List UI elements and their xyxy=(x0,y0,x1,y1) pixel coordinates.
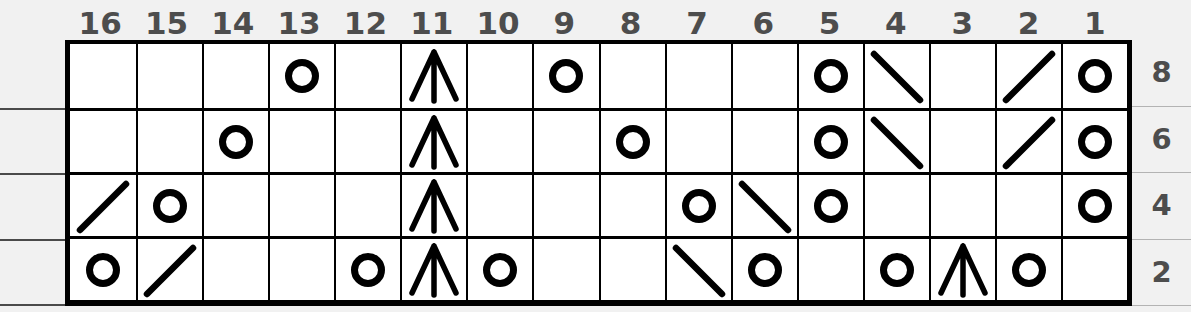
yarn-over-icon xyxy=(274,48,330,104)
knitting-chart: 16151413121110987654321 xyxy=(0,0,1191,312)
yarn-over-icon xyxy=(340,242,396,298)
column-number-11: 11 xyxy=(410,8,453,40)
yarn-over-icon xyxy=(803,114,859,170)
column-number-4: 4 xyxy=(885,8,907,40)
cell-r8-c12 xyxy=(334,44,400,108)
cell-r4-c12 xyxy=(334,172,400,236)
cell-r2-c6 xyxy=(731,236,797,300)
central-double-decrease-icon xyxy=(935,242,991,298)
cell-r4-c1 xyxy=(1061,172,1127,236)
column-number-14: 14 xyxy=(211,8,254,40)
ssk-icon xyxy=(869,48,925,104)
row-number-6: 6 xyxy=(1132,107,1191,174)
column-number-1: 1 xyxy=(1084,8,1106,40)
cell-r8-c14 xyxy=(202,44,268,108)
cell-r8-c7 xyxy=(665,44,731,108)
cell-r2-c5 xyxy=(797,236,863,300)
cell-r6-c5 xyxy=(797,108,863,172)
column-number-8: 8 xyxy=(620,8,642,40)
column-number-7: 7 xyxy=(686,8,708,40)
cell-r6-c13 xyxy=(268,108,334,172)
ssk-icon xyxy=(671,242,727,298)
cell-r6-c11 xyxy=(400,108,466,172)
column-number-2: 2 xyxy=(1018,8,1040,40)
cell-r2-c11 xyxy=(400,236,466,300)
left-margin xyxy=(0,44,65,306)
cell-r2-c12 xyxy=(334,236,400,300)
k2tog-icon xyxy=(1001,114,1057,170)
cell-r4-c7 xyxy=(665,172,731,236)
yarn-over-icon xyxy=(1067,178,1123,234)
cell-r8-c15 xyxy=(136,44,202,108)
yarn-over-icon xyxy=(1001,242,1057,298)
cell-r8-c11 xyxy=(400,44,466,108)
cell-r8-c3 xyxy=(929,44,995,108)
cell-r6-c1 xyxy=(1061,108,1127,172)
margin-cell-row-6 xyxy=(0,110,65,176)
cell-r4-c13 xyxy=(268,172,334,236)
cell-r8-c16 xyxy=(70,44,136,108)
cell-r2-c14 xyxy=(202,236,268,300)
column-number-6: 6 xyxy=(752,8,774,40)
cell-r6-c10 xyxy=(466,108,532,172)
column-number-16: 16 xyxy=(79,8,122,40)
cell-r8-c2 xyxy=(995,44,1061,108)
cell-r6-c16 xyxy=(70,108,136,172)
row-number-2: 2 xyxy=(1132,240,1191,307)
cell-r2-c2 xyxy=(995,236,1061,300)
cell-r2-c16 xyxy=(70,236,136,300)
cell-r4-c9 xyxy=(532,172,598,236)
column-number-10: 10 xyxy=(476,8,519,40)
cell-r4-c10 xyxy=(466,172,532,236)
k2tog-icon xyxy=(1001,48,1057,104)
cell-r6-c14 xyxy=(202,108,268,172)
row-number-labels: 8642 xyxy=(1132,40,1191,306)
column-number-9: 9 xyxy=(554,8,576,40)
yarn-over-icon xyxy=(803,178,859,234)
cell-r8-c5 xyxy=(797,44,863,108)
cell-r8-c10 xyxy=(466,44,532,108)
cell-r6-c4 xyxy=(863,108,929,172)
column-number-3: 3 xyxy=(951,8,973,40)
cell-r2-c4 xyxy=(863,236,929,300)
margin-cell-row-4 xyxy=(0,175,65,241)
cell-r6-c6 xyxy=(731,108,797,172)
yarn-over-icon xyxy=(1067,114,1123,170)
cell-r4-c15 xyxy=(136,172,202,236)
yarn-over-icon xyxy=(538,48,594,104)
column-number-12: 12 xyxy=(344,8,387,40)
cell-r6-c2 xyxy=(995,108,1061,172)
cell-r2-c10 xyxy=(466,236,532,300)
cell-r8-c1 xyxy=(1061,44,1127,108)
cell-r6-c7 xyxy=(665,108,731,172)
yarn-over-icon xyxy=(803,48,859,104)
ssk-icon xyxy=(737,178,793,234)
cell-r2-c8 xyxy=(599,236,665,300)
cell-r4-c5 xyxy=(797,172,863,236)
yarn-over-icon xyxy=(869,242,925,298)
cell-r4-c16 xyxy=(70,172,136,236)
column-number-header: 16151413121110987654321 xyxy=(67,0,1128,40)
cell-r8-c6 xyxy=(731,44,797,108)
cell-r4-c4 xyxy=(863,172,929,236)
yarn-over-icon xyxy=(208,114,264,170)
cell-r6-c8 xyxy=(599,108,665,172)
central-double-decrease-icon xyxy=(406,48,462,104)
cell-r4-c2 xyxy=(995,172,1061,236)
margin-cell-row-8 xyxy=(0,44,65,110)
central-double-decrease-icon xyxy=(406,178,462,234)
cell-r2-c3 xyxy=(929,236,995,300)
yarn-over-icon xyxy=(737,242,793,298)
column-number-15: 15 xyxy=(145,8,188,40)
central-double-decrease-icon xyxy=(406,242,462,298)
cell-r6-c12 xyxy=(334,108,400,172)
cell-r8-c13 xyxy=(268,44,334,108)
yarn-over-icon xyxy=(142,178,198,234)
ssk-icon xyxy=(869,114,925,170)
column-number-13: 13 xyxy=(278,8,321,40)
column-number-5: 5 xyxy=(819,8,841,40)
yarn-over-icon xyxy=(472,242,528,298)
yarn-over-icon xyxy=(75,242,131,298)
cell-r8-c4 xyxy=(863,44,929,108)
cell-r4-c14 xyxy=(202,172,268,236)
cell-r6-c3 xyxy=(929,108,995,172)
row-number-8: 8 xyxy=(1132,40,1191,107)
cell-r4-c6 xyxy=(731,172,797,236)
cell-r8-c9 xyxy=(532,44,598,108)
yarn-over-icon xyxy=(605,114,661,170)
cell-r2-c13 xyxy=(268,236,334,300)
cell-r2-c15 xyxy=(136,236,202,300)
cell-r4-c8 xyxy=(599,172,665,236)
cell-r4-c11 xyxy=(400,172,466,236)
cell-r8-c8 xyxy=(599,44,665,108)
cell-r2-c1 xyxy=(1061,236,1127,300)
central-double-decrease-icon xyxy=(406,114,462,170)
k2tog-icon xyxy=(75,178,131,234)
cell-r6-c15 xyxy=(136,108,202,172)
chart-grid xyxy=(65,40,1132,306)
yarn-over-icon xyxy=(671,178,727,234)
k2tog-icon xyxy=(142,242,198,298)
cell-r2-c7 xyxy=(665,236,731,300)
cell-r2-c9 xyxy=(532,236,598,300)
yarn-over-icon xyxy=(1067,48,1123,104)
margin-cell-row-2 xyxy=(0,241,65,307)
cell-r6-c9 xyxy=(532,108,598,172)
row-number-4: 4 xyxy=(1132,173,1191,240)
cell-r4-c3 xyxy=(929,172,995,236)
